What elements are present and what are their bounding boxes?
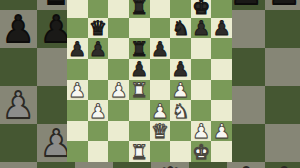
square-d4[interactable]: ♜ <box>129 80 150 101</box>
black-pawn-icon[interactable]: ♟ <box>88 38 109 59</box>
square-d3[interactable] <box>129 100 150 121</box>
square-g8[interactable]: ♚ <box>191 0 212 18</box>
square-a3[interactable] <box>67 100 88 121</box>
square-h8[interactable] <box>211 0 232 18</box>
square-g7[interactable]: ♟ <box>191 18 212 39</box>
square-c3[interactable] <box>108 100 129 121</box>
square-g4[interactable] <box>191 80 212 101</box>
square-g3[interactable] <box>191 100 212 121</box>
square-a6[interactable]: ♟ <box>67 38 88 59</box>
white-king-icon[interactable]: ♚ <box>191 141 212 162</box>
square-g1[interactable]: ♚ <box>191 141 212 162</box>
square-d6[interactable]: ♜ <box>129 38 150 59</box>
square-b5[interactable] <box>88 59 109 80</box>
square-g2[interactable]: ♟ <box>191 121 212 142</box>
square-c5[interactable] <box>108 59 129 80</box>
square-e7[interactable] <box>150 18 171 39</box>
square-f5[interactable]: ♟ <box>170 59 191 80</box>
black-rook-icon[interactable]: ♜ <box>129 0 150 18</box>
square-a8[interactable] <box>67 0 88 18</box>
square-b8[interactable] <box>88 0 109 18</box>
square-b4[interactable] <box>88 80 109 101</box>
square-g6[interactable] <box>191 38 212 59</box>
square-e8[interactable] <box>150 0 171 18</box>
square-d8[interactable]: ♜ <box>129 0 150 18</box>
square-f4[interactable]: ♟ <box>170 80 191 101</box>
white-pawn-icon[interactable]: ♟ <box>170 80 191 101</box>
white-pawn-icon[interactable]: ♟ <box>211 121 232 142</box>
black-king-icon[interactable]: ♚ <box>191 0 212 18</box>
white-pawn-icon[interactable]: ♟ <box>88 100 109 121</box>
square-c6[interactable] <box>108 38 129 59</box>
square-a4[interactable]: ♟ <box>67 80 88 101</box>
black-pawn-icon[interactable]: ♟ <box>191 18 212 39</box>
square-e3[interactable]: ♟ <box>150 100 171 121</box>
square-b7[interactable]: ♛ <box>88 18 109 39</box>
square-e1[interactable] <box>150 141 171 162</box>
black-pawn-icon[interactable]: ♟ <box>211 18 232 39</box>
square-d2[interactable] <box>129 121 150 142</box>
square-h7[interactable]: ♟ <box>211 18 232 39</box>
square-a2[interactable] <box>67 121 88 142</box>
square-f7[interactable]: ♞ <box>170 18 191 39</box>
square-f8[interactable] <box>170 0 191 18</box>
white-knight-icon[interactable]: ♞ <box>170 100 191 121</box>
square-a1[interactable] <box>67 141 88 162</box>
square-e2[interactable]: ♛ <box>150 121 171 142</box>
chess-board[interactable]: ♜♚♛♞♟♟♟♟♜♟♟♟♟♟♜♟♟♟♞♛♟♟♜♚ <box>67 0 232 162</box>
square-h1[interactable] <box>211 141 232 162</box>
square-f6[interactable] <box>170 38 191 59</box>
square-c4[interactable]: ♟ <box>108 80 129 101</box>
white-pawn-icon[interactable]: ♟ <box>67 80 88 101</box>
white-pawn-icon[interactable]: ♟ <box>191 121 212 142</box>
black-pawn-icon[interactable]: ♟ <box>67 38 88 59</box>
square-h4[interactable] <box>211 80 232 101</box>
black-knight-icon[interactable]: ♞ <box>170 18 191 39</box>
white-rook-icon[interactable]: ♜ <box>129 141 150 162</box>
square-c2[interactable] <box>108 121 129 142</box>
black-pawn-icon[interactable]: ♟ <box>170 59 191 80</box>
square-b3[interactable]: ♟ <box>88 100 109 121</box>
square-f1[interactable] <box>170 141 191 162</box>
square-h3[interactable] <box>211 100 232 121</box>
square-e4[interactable] <box>150 80 171 101</box>
square-d1[interactable]: ♜ <box>129 141 150 162</box>
black-rook-icon[interactable]: ♜ <box>129 38 150 59</box>
white-pawn-icon[interactable]: ♟ <box>150 100 171 121</box>
square-c8[interactable] <box>108 0 129 18</box>
square-h6[interactable] <box>211 38 232 59</box>
square-a5[interactable] <box>67 59 88 80</box>
white-rook-icon[interactable]: ♜ <box>129 80 150 101</box>
square-d7[interactable] <box>129 18 150 39</box>
square-c7[interactable] <box>108 18 129 39</box>
square-f2[interactable] <box>170 121 191 142</box>
square-c1[interactable] <box>108 141 129 162</box>
black-queen-icon[interactable]: ♛ <box>88 18 109 39</box>
square-g5[interactable] <box>191 59 212 80</box>
square-b2[interactable] <box>88 121 109 142</box>
square-h5[interactable] <box>211 59 232 80</box>
square-a7[interactable] <box>67 18 88 39</box>
white-pawn-icon[interactable]: ♟ <box>108 80 129 101</box>
video-frame: ♜♚♛♞♟♟♟♟♜♟♟♟♟♟♜♟♟♟♞♛♟♟♜♚ ♜♚♛♞♟♟♟♟♜♟♟♟♟♟♜… <box>0 0 300 168</box>
square-d5[interactable]: ♟ <box>129 59 150 80</box>
square-f3[interactable]: ♞ <box>170 100 191 121</box>
square-b6[interactable]: ♟ <box>88 38 109 59</box>
white-queen-icon[interactable]: ♛ <box>150 121 171 142</box>
square-e5[interactable] <box>150 59 171 80</box>
black-pawn-icon[interactable]: ♟ <box>150 38 171 59</box>
square-h2[interactable]: ♟ <box>211 121 232 142</box>
black-pawn-icon[interactable]: ♟ <box>129 59 150 80</box>
square-e6[interactable]: ♟ <box>150 38 171 59</box>
square-b1[interactable] <box>88 141 109 162</box>
